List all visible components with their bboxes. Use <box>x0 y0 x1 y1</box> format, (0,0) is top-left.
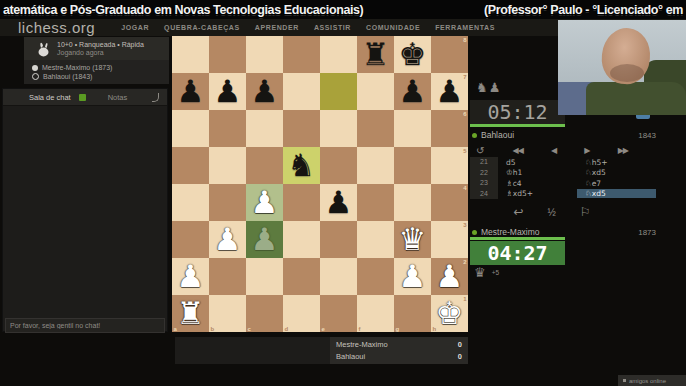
resign-button[interactable]: ⚐ <box>580 205 591 219</box>
square-c6[interactable] <box>246 110 283 147</box>
square-e3[interactable] <box>320 221 357 258</box>
square-h6[interactable]: 6 <box>431 110 468 147</box>
square-f5[interactable] <box>357 147 394 184</box>
square-g4[interactable] <box>394 184 431 221</box>
game-status-label: Jogando agora <box>57 49 144 56</box>
square-h5[interactable]: 5 <box>431 147 468 184</box>
webcam-overlay <box>558 20 686 115</box>
nav-item-aprender[interactable]: APRENDER <box>255 24 299 31</box>
move-number: 24 <box>470 189 498 200</box>
coord-file-e: e <box>322 326 325 332</box>
piece-white-rook[interactable]: ♜ <box>172 295 209 332</box>
coord-rank-3: 3 <box>463 222 466 228</box>
piece-black-pawn[interactable]: ♟ <box>172 73 209 110</box>
nav-item-quebra-cabecas[interactable]: QUEBRA-CABEÇAS <box>164 24 240 31</box>
nav-item-ferramentas[interactable]: FERRAMENTAS <box>435 24 495 31</box>
move-white[interactable]: ♔h1 <box>498 168 577 177</box>
chat-panel: Sala de chat Notas <box>2 88 168 332</box>
score-row-white: Mestre-Maximo 0 <box>330 339 468 351</box>
square-e8[interactable] <box>320 36 357 73</box>
lichess-game-page: atemática e Pós-Graduado em Novas Tecnol… <box>0 0 686 386</box>
white-color-icon <box>32 65 38 71</box>
square-e7[interactable] <box>320 73 357 110</box>
opponent-time-bar <box>470 124 565 127</box>
piece-black-rook[interactable]: ♜ <box>357 36 394 73</box>
score-name-white: Mestre-Maximo <box>336 339 388 351</box>
move-navigation: ↺ ◀◀ ◀ ▶ ▶▶ <box>476 145 628 156</box>
online-dot <box>472 230 477 235</box>
coord-rank-4: 4 <box>463 185 466 191</box>
coord-file-d: d <box>285 326 289 332</box>
opponent-player-row[interactable]: Bahlaoui 1843 <box>472 129 656 141</box>
player-clock-active: 04:27 <box>470 241 565 265</box>
square-h3[interactable]: 3 <box>431 221 468 258</box>
move-row: 23 ♗c4 ♘e7 <box>470 178 656 189</box>
square-a5[interactable] <box>172 147 209 184</box>
prev-move-button[interactable]: ◀ <box>551 146 556 155</box>
move-row: 24 ♗xd5+ ♘xd5 <box>470 189 656 200</box>
nav-item-jogar[interactable]: JOGAR <box>121 24 149 31</box>
move-number: 21 <box>470 157 498 168</box>
square-e1[interactable]: e <box>320 295 357 332</box>
move-white[interactable]: d5 <box>498 158 577 167</box>
piece-black-pawn[interactable]: ♟ <box>394 73 431 110</box>
banner-text-right: (Professor° Paulo - °Licenciado° em <box>484 3 683 17</box>
square-g3[interactable]: ♛ <box>394 221 431 258</box>
square-e5[interactable] <box>320 147 357 184</box>
square-h8[interactable]: 8 <box>431 36 468 73</box>
game-actions: ↩ ½ ⚐ <box>472 205 632 219</box>
black-player-row[interactable]: Bahlaoui (1843) <box>32 73 169 80</box>
online-dot <box>472 133 477 138</box>
score-name-black: Bahlaoui <box>336 351 365 363</box>
stream-title-banner: atemática e Pós-Graduado em Novas Tecnol… <box>0 0 686 19</box>
piece-black-pawn[interactable]: ♟ <box>320 184 357 221</box>
coord-rank-2: 2 <box>463 259 466 265</box>
player-time-bar <box>470 237 565 240</box>
piece-white-pawn[interactable]: ♟ <box>246 221 283 258</box>
coord-rank-1: 1 <box>463 296 466 302</box>
square-a1[interactable]: ♜a <box>172 295 209 332</box>
friends-online-bar[interactable]: amigos online <box>618 375 686 386</box>
white-player-label: Mestre-Maximo (1873) <box>42 64 112 71</box>
chat-messages <box>3 106 167 314</box>
square-d4[interactable] <box>283 184 320 221</box>
square-h7[interactable]: ♟7 <box>431 73 468 110</box>
square-d7[interactable] <box>283 73 320 110</box>
move-white[interactable]: ♗xd5+ <box>498 189 577 198</box>
move-list: 21 d5 ♘h5+ 22 ♔h1 ♘xd5 23 ♗c4 ♘e7 24 ♗xd… <box>470 157 656 199</box>
square-g5[interactable] <box>394 147 431 184</box>
match-score-panel: Mestre-Maximo 0 Bahlaoui 0 <box>175 337 468 364</box>
webcam-person-torso <box>586 82 686 115</box>
tab-notes[interactable]: Notas <box>108 93 128 102</box>
nav-item-comunidade[interactable]: COMUNIDADE <box>366 24 420 31</box>
white-player-row[interactable]: Mestre-Maximo (1873) <box>32 64 169 71</box>
nav-menu: JOGAR QUEBRA-CABEÇAS APRENDER ASSISTIR C… <box>121 24 495 31</box>
chat-tabs: Sala de chat Notas <box>3 89 167 106</box>
opponent-rating: 1843 <box>638 131 656 140</box>
chat-input[interactable] <box>5 318 165 333</box>
draw-offer-button[interactable]: ½ <box>547 207 555 218</box>
square-b2[interactable] <box>209 258 246 295</box>
chess-board: ♜♚8♟♟♟♟♟76♞5♟♟4♟♟♛3♟♟♟2♜abcdefg♚h1 <box>172 36 468 332</box>
square-c7[interactable]: ♟ <box>246 73 283 110</box>
coord-file-a: a <box>174 326 177 332</box>
square-b8[interactable] <box>209 36 246 73</box>
square-c3[interactable]: ♟ <box>246 221 283 258</box>
square-g2[interactable]: ♟ <box>394 258 431 295</box>
square-b7[interactable]: ♟ <box>209 73 246 110</box>
square-f2[interactable] <box>357 258 394 295</box>
player-rating: 1873 <box>638 228 656 237</box>
square-d5[interactable]: ♞ <box>283 147 320 184</box>
square-c8[interactable] <box>246 36 283 73</box>
move-black[interactable]: ♘xd5 <box>577 168 656 177</box>
square-f1[interactable]: f <box>357 295 394 332</box>
coord-rank-6: 6 <box>463 111 466 117</box>
time-control-label: 10+0 • Ranqueada • Rápida <box>57 41 144 48</box>
captured-by-white-tray: ♛ +5 <box>474 265 499 280</box>
square-e6[interactable] <box>320 110 357 147</box>
square-d6[interactable] <box>283 110 320 147</box>
move-row: 21 d5 ♘h5+ <box>470 157 656 168</box>
black-player-label: Bahlaoui (1843) <box>43 73 92 80</box>
square-c4[interactable]: ♟ <box>246 184 283 221</box>
square-c1[interactable]: c <box>246 295 283 332</box>
chat-toggle[interactable] <box>79 94 86 101</box>
first-move-button[interactable]: ◀◀ <box>513 146 523 155</box>
banner-text-left: atemática e Pós-Graduado em Novas Tecnol… <box>3 3 363 17</box>
square-e4[interactable]: ♟ <box>320 184 357 221</box>
coord-rank-7: 7 <box>463 74 466 80</box>
square-b4[interactable] <box>209 184 246 221</box>
tab-chat-room[interactable]: Sala de chat <box>29 93 71 102</box>
move-number: 23 <box>470 178 498 189</box>
square-c2[interactable] <box>246 258 283 295</box>
square-e2[interactable] <box>320 258 357 295</box>
coord-file-b: b <box>211 326 215 332</box>
square-a3[interactable] <box>172 221 209 258</box>
move-row: 22 ♔h1 ♘xd5 <box>470 168 656 179</box>
piece-white-pawn[interactable]: ♟ <box>209 221 246 258</box>
square-g7[interactable]: ♟ <box>394 73 431 110</box>
game-players-list: Mestre-Maximo (1873) Bahlaoui (1843) <box>24 60 169 84</box>
piece-black-pawn[interactable]: ♟ <box>209 73 246 110</box>
score-value-white: 0 <box>458 339 462 351</box>
last-move-button[interactable]: ▶▶ <box>618 146 628 155</box>
coord-file-g: g <box>396 326 400 332</box>
rapid-rabbit-icon <box>36 40 51 57</box>
game-meta-box: 10+0 • Ranqueada • Rápida Jogando agora <box>24 37 169 60</box>
piece-white-queen[interactable]: ♛ <box>394 221 431 258</box>
square-f6[interactable] <box>357 110 394 147</box>
square-f7[interactable] <box>357 73 394 110</box>
score-row-black: Bahlaoui 0 <box>330 351 468 363</box>
square-d2[interactable] <box>283 258 320 295</box>
opponent-clock: 05:12 <box>470 100 565 124</box>
square-b3[interactable]: ♟ <box>209 221 246 258</box>
next-move-button[interactable]: ▶ <box>584 146 589 155</box>
square-g8[interactable]: ♚ <box>394 36 431 73</box>
square-d3[interactable] <box>283 221 320 258</box>
square-b5[interactable] <box>209 147 246 184</box>
square-a2[interactable]: ♟ <box>172 258 209 295</box>
square-d8[interactable] <box>283 36 320 73</box>
square-g1[interactable]: g <box>394 295 431 332</box>
coord-rank-5: 5 <box>463 148 466 154</box>
move-number: 22 <box>470 168 498 179</box>
move-black[interactable]: ♘e7 <box>577 179 656 188</box>
move-white[interactable]: ♗c4 <box>498 179 577 188</box>
square-f3[interactable] <box>357 221 394 258</box>
move-black[interactable]: ♘h5+ <box>577 158 656 167</box>
square-h2[interactable]: ♟2 <box>431 258 468 295</box>
square-c5[interactable] <box>246 147 283 184</box>
square-f4[interactable] <box>357 184 394 221</box>
square-a4[interactable] <box>172 184 209 221</box>
square-b1[interactable]: b <box>209 295 246 332</box>
square-a7[interactable]: ♟ <box>172 73 209 110</box>
square-a8[interactable] <box>172 36 209 73</box>
analysis-cycle-icon[interactable]: ↺ <box>476 145 484 156</box>
piece-white-pawn[interactable]: ♟ <box>246 184 283 221</box>
move-black-current[interactable]: ♘xd5 <box>577 189 656 198</box>
black-color-icon <box>32 73 39 80</box>
piece-black-knight[interactable]: ♞ <box>283 147 320 184</box>
score-value-black: 0 <box>458 351 462 363</box>
lichess-logo[interactable]: lichess.org <box>18 19 95 36</box>
coord-file-f: f <box>359 326 361 332</box>
piece-black-king[interactable]: ♚ <box>394 36 431 73</box>
square-h4[interactable]: 4 <box>431 184 468 221</box>
square-d1[interactable]: d <box>283 295 320 332</box>
square-f8[interactable]: ♜ <box>357 36 394 73</box>
material-advantage: +5 <box>492 269 499 276</box>
coord-file-h: h <box>433 326 437 332</box>
coord-rank-8: 8 <box>463 37 466 43</box>
takeback-button[interactable]: ↩ <box>513 205 523 219</box>
friends-online-label: amigos online <box>629 378 666 384</box>
piece-white-pawn[interactable]: ♟ <box>394 258 431 295</box>
piece-white-pawn[interactable]: ♟ <box>172 258 209 295</box>
friends-dot-icon <box>623 379 626 382</box>
chat-tools-icon[interactable] <box>152 93 159 102</box>
piece-black-pawn[interactable]: ♟ <box>246 73 283 110</box>
square-h1[interactable]: ♚h1 <box>431 295 468 332</box>
square-b6[interactable] <box>209 110 246 147</box>
coord-file-c: c <box>248 326 251 332</box>
player-name: Mestre-Maximo <box>481 227 540 237</box>
nav-item-assistir[interactable]: ASSISTIR <box>314 24 351 31</box>
captured-queen-glyph: ♛ <box>474 265 487 280</box>
captured-by-black-tray: ♞♟ <box>476 80 501 95</box>
square-a6[interactable] <box>172 110 209 147</box>
webcam-face-shadow <box>610 64 644 82</box>
square-g6[interactable] <box>394 110 431 147</box>
opponent-name: Bahlaoui <box>481 130 514 140</box>
